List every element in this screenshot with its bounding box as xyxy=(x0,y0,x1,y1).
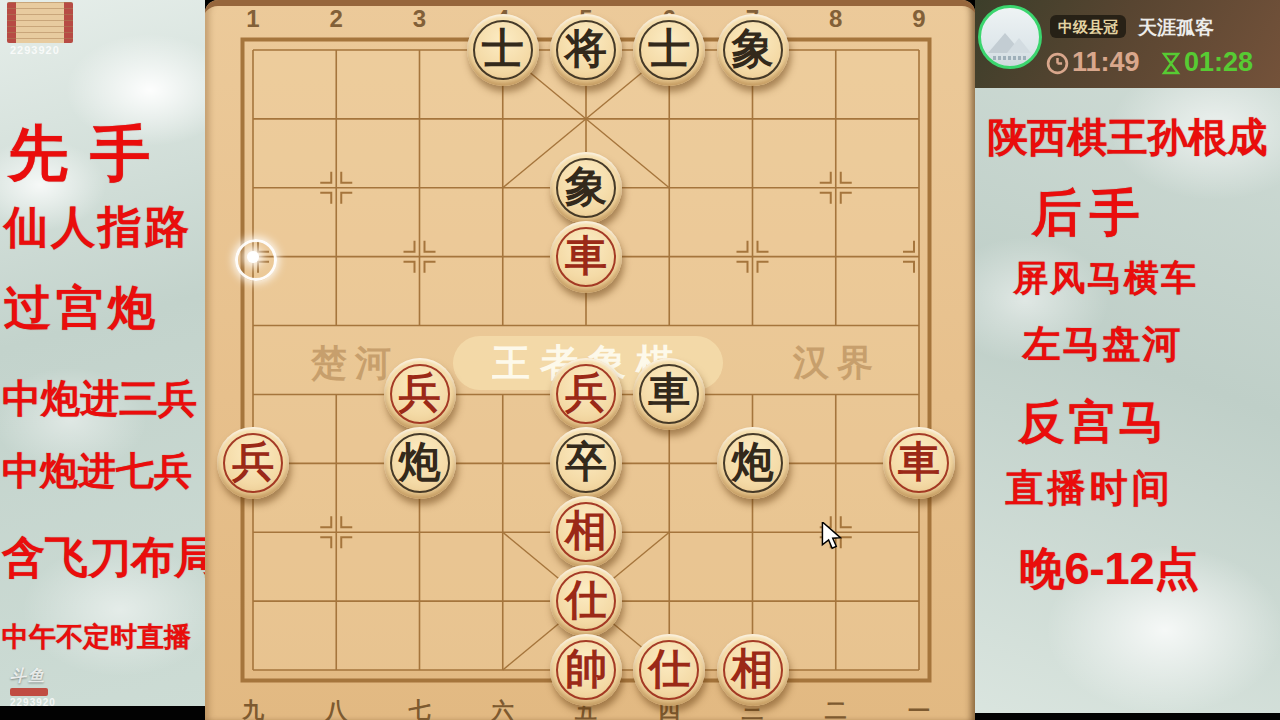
file-number-top: 2 xyxy=(321,5,351,33)
piece-black-advisor[interactable]: 士 xyxy=(467,14,539,86)
overlay-text-line: 中炮进三兵 xyxy=(2,378,197,421)
piece-character: 相 xyxy=(565,503,607,559)
mountain-placeholder-icon xyxy=(1007,38,1031,53)
platform-logo-text: 斗鱼 xyxy=(10,667,46,684)
overlay-text-line: 晚6-12点 xyxy=(975,544,1262,594)
avatar-caption xyxy=(993,56,1027,60)
overlay-text-line: 陕西棋王孙根成 xyxy=(975,115,1280,159)
piece-black-general[interactable]: 将 xyxy=(550,14,622,86)
piece-black-cannon[interactable]: 炮 xyxy=(717,427,789,499)
piece-character: 仕 xyxy=(565,572,607,628)
piece-black-cannon[interactable]: 炮 xyxy=(384,427,456,499)
piece-red-advisor[interactable]: 仕 xyxy=(633,634,705,706)
piece-black-elephant[interactable]: 象 xyxy=(550,152,622,224)
xiangqi-board[interactable]: 楚河汉界王者象棋123456789九八七六五四三二一士将士象象車兵兵車兵炮卒炮車… xyxy=(205,0,975,720)
file-number-bottom: 八 xyxy=(321,696,351,720)
move-time: 01:28 xyxy=(1184,47,1253,78)
douyu-logo: 斗鱼 2293920 xyxy=(10,666,56,708)
avatar[interactable] xyxy=(978,5,1042,69)
overlay-text-line: 屏风马横车 xyxy=(975,259,1258,298)
piece-red-elephant[interactable]: 相 xyxy=(550,496,622,568)
piece-character: 卒 xyxy=(565,434,607,490)
move-marker xyxy=(235,239,277,281)
file-number-top: 9 xyxy=(904,5,934,33)
piece-black-advisor[interactable]: 士 xyxy=(633,14,705,86)
file-number-bottom: 七 xyxy=(405,696,435,720)
left-overlay-panel: 2293920 斗鱼 2293920 先手仙人指路过宫炮中炮进三兵中炮进七兵含飞… xyxy=(0,0,205,720)
letterbox-strip xyxy=(975,713,1280,720)
stream-frame: 2293920 斗鱼 2293920 先手仙人指路过宫炮中炮进三兵中炮进七兵含飞… xyxy=(0,0,1280,720)
player-info-bar: 中级县冠 天涯孤客 11:49 01:28 xyxy=(975,0,1280,88)
piece-character: 兵 xyxy=(399,365,441,421)
piece-character: 象 xyxy=(732,21,774,77)
pip-board-thumbnail xyxy=(7,2,73,43)
piece-red-soldier[interactable]: 兵 xyxy=(384,358,456,430)
piece-character: 兵 xyxy=(232,434,274,490)
piece-character: 将 xyxy=(565,21,607,77)
overlay-text-line: 先手 xyxy=(8,121,172,187)
clock-icon xyxy=(1045,51,1070,76)
file-number-bottom: 九 xyxy=(238,696,268,720)
file-number-bottom: 六 xyxy=(488,696,518,720)
river-label-left: 楚河 xyxy=(310,342,399,383)
file-number-bottom: 二 xyxy=(821,696,851,720)
piece-character: 帥 xyxy=(565,641,607,697)
piece-black-elephant[interactable]: 象 xyxy=(717,14,789,86)
overlay-text-line: 过宫炮 xyxy=(4,282,160,334)
piece-black-soldier[interactable]: 卒 xyxy=(550,427,622,499)
piece-character: 車 xyxy=(898,434,940,490)
overlay-text-line: 左马盘河 xyxy=(975,324,1255,366)
piece-red-advisor[interactable]: 仕 xyxy=(550,565,622,637)
piece-character: 相 xyxy=(732,641,774,697)
piece-character: 炮 xyxy=(732,434,774,490)
platform-logo-strip xyxy=(10,688,48,696)
overlay-text-line: 直播时间 xyxy=(975,468,1242,510)
overlay-text-line: 仙人指路 xyxy=(4,203,192,251)
piece-red-chariot[interactable]: 車 xyxy=(883,427,955,499)
mouse-cursor xyxy=(820,522,844,550)
overlay-text-line: 中午不定时直播 xyxy=(2,623,191,653)
piece-character: 士 xyxy=(648,21,690,77)
piece-red-elephant[interactable]: 相 xyxy=(717,634,789,706)
piece-character: 士 xyxy=(482,21,524,77)
piece-red-soldier[interactable]: 兵 xyxy=(217,427,289,499)
file-number-top: 1 xyxy=(238,5,268,33)
piece-red-chariot[interactable]: 車 xyxy=(550,221,622,293)
piece-character: 兵 xyxy=(565,365,607,421)
piece-character: 象 xyxy=(565,159,607,215)
hourglass-icon xyxy=(1160,51,1182,76)
piece-character: 仕 xyxy=(648,641,690,697)
file-number-bottom: 一 xyxy=(904,696,934,720)
rank-badge: 中级县冠 xyxy=(1050,15,1126,38)
piece-character: 炮 xyxy=(399,434,441,490)
total-time: 11:49 xyxy=(1072,47,1140,78)
overlay-text-line: 含飞刀布局 xyxy=(2,534,205,581)
river-label-right: 汉界 xyxy=(792,342,881,383)
piece-red-general[interactable]: 帥 xyxy=(550,634,622,706)
player-name: 天涯孤客 xyxy=(1138,15,1214,41)
piece-character: 車 xyxy=(648,365,690,421)
right-overlay-panel: 陕西棋王孙根成后手屏风马横车左马盘河反宫马直播时间晚6-12点 xyxy=(975,0,1280,720)
piece-red-soldier[interactable]: 兵 xyxy=(550,358,622,430)
room-id-top: 2293920 xyxy=(10,44,60,56)
file-number-top: 3 xyxy=(405,5,435,33)
letterbox-strip xyxy=(0,706,205,720)
file-number-top: 8 xyxy=(821,5,851,33)
overlay-text-line: 中炮进七兵 xyxy=(2,451,192,493)
overlay-text-line: 反宫马 xyxy=(975,397,1246,448)
overlay-text-line: 后手 xyxy=(975,186,1242,241)
piece-character: 車 xyxy=(565,228,607,284)
